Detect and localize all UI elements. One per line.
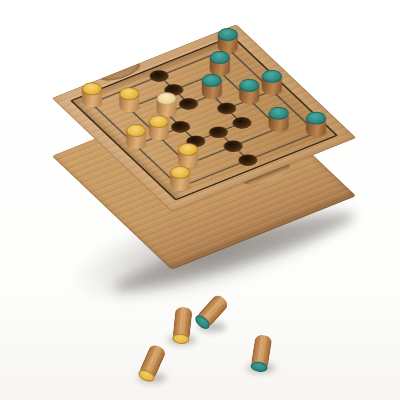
peg-painted-top (218, 28, 238, 41)
product-photo-scene (0, 0, 400, 400)
peg-painted-top (262, 70, 282, 83)
loose-yellow-peg-3 (172, 306, 192, 342)
empty-hole-d1 (235, 152, 261, 168)
